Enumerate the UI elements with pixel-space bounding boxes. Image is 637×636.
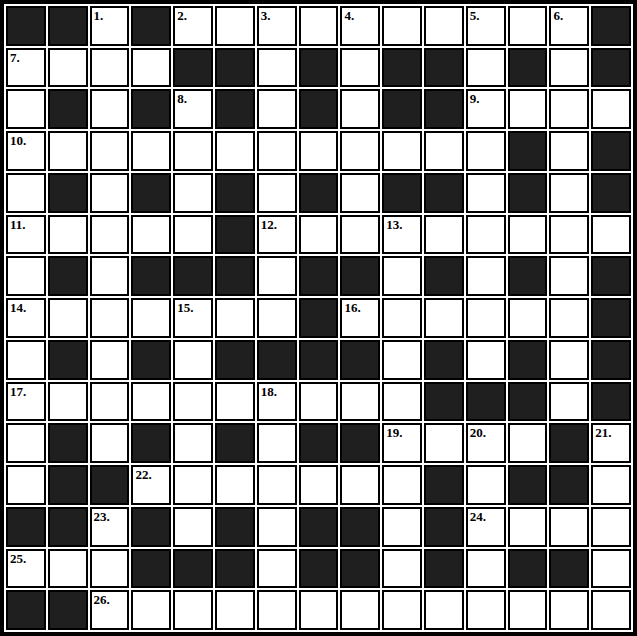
black-cell <box>299 549 339 589</box>
black-cell <box>424 507 464 547</box>
white-cell[interactable] <box>424 131 464 171</box>
white-cell[interactable] <box>215 298 255 338</box>
black-cell <box>48 423 88 463</box>
white-cell[interactable]: 16. <box>340 298 380 338</box>
clue-number: 11. <box>10 218 26 231</box>
white-cell[interactable] <box>90 549 130 589</box>
black-cell <box>299 256 339 296</box>
white-cell[interactable] <box>90 298 130 338</box>
white-cell[interactable] <box>173 382 213 422</box>
black-cell <box>382 173 422 213</box>
black-cell <box>591 256 631 296</box>
white-cell[interactable] <box>508 6 548 46</box>
white-cell[interactable] <box>508 590 548 630</box>
white-cell[interactable]: 25. <box>6 549 46 589</box>
black-cell <box>90 465 130 505</box>
clue-number: 19. <box>386 426 402 439</box>
black-cell <box>591 382 631 422</box>
black-cell <box>549 549 589 589</box>
crossword-board: 1.2.3.4.5.6.7.8.9.10.11.12.13.14.15.16.1… <box>0 0 637 636</box>
white-cell[interactable] <box>173 340 213 380</box>
black-cell <box>591 131 631 171</box>
black-cell <box>508 48 548 88</box>
white-cell[interactable]: 5. <box>466 6 506 46</box>
white-cell[interactable] <box>508 507 548 547</box>
black-cell <box>131 256 171 296</box>
white-cell[interactable] <box>173 215 213 255</box>
white-cell[interactable] <box>6 173 46 213</box>
black-cell <box>299 340 339 380</box>
black-cell <box>131 507 171 547</box>
clue-number: 9. <box>470 92 480 105</box>
white-cell[interactable] <box>90 382 130 422</box>
black-cell <box>382 89 422 129</box>
white-cell[interactable] <box>173 590 213 630</box>
clue-number: 17. <box>10 385 26 398</box>
white-cell[interactable] <box>48 48 88 88</box>
white-cell[interactable] <box>131 298 171 338</box>
white-cell[interactable] <box>173 507 213 547</box>
black-cell <box>424 48 464 88</box>
white-cell[interactable] <box>466 131 506 171</box>
white-cell[interactable] <box>48 549 88 589</box>
black-cell <box>48 507 88 547</box>
clue-number: 7. <box>10 51 20 64</box>
white-cell[interactable] <box>508 298 548 338</box>
black-cell <box>131 423 171 463</box>
white-cell[interactable] <box>299 215 339 255</box>
white-cell[interactable]: 24. <box>466 507 506 547</box>
black-cell <box>549 465 589 505</box>
clue-number: 22. <box>135 468 151 481</box>
white-cell[interactable]: 3. <box>257 6 297 46</box>
white-cell[interactable] <box>90 423 130 463</box>
black-cell <box>508 131 548 171</box>
white-cell[interactable] <box>382 131 422 171</box>
black-cell <box>48 340 88 380</box>
white-cell[interactable] <box>466 173 506 213</box>
white-cell[interactable]: 17. <box>6 382 46 422</box>
black-cell <box>591 173 631 213</box>
white-cell[interactable]: 11. <box>6 215 46 255</box>
white-cell[interactable]: 22. <box>131 465 171 505</box>
black-cell <box>131 173 171 213</box>
white-cell[interactable] <box>340 465 380 505</box>
black-cell <box>340 340 380 380</box>
black-cell <box>508 382 548 422</box>
white-cell[interactable] <box>382 382 422 422</box>
black-cell <box>173 256 213 296</box>
white-cell[interactable] <box>257 89 297 129</box>
black-cell <box>6 507 46 547</box>
white-cell[interactable] <box>466 340 506 380</box>
clue-number: 15. <box>177 301 193 314</box>
white-cell[interactable] <box>6 465 46 505</box>
white-cell[interactable] <box>549 256 589 296</box>
white-cell[interactable] <box>257 173 297 213</box>
white-cell[interactable] <box>382 590 422 630</box>
black-cell <box>6 590 46 630</box>
white-cell[interactable] <box>215 465 255 505</box>
white-cell[interactable]: 21. <box>591 423 631 463</box>
white-cell[interactable] <box>340 382 380 422</box>
white-cell[interactable] <box>257 131 297 171</box>
white-cell[interactable] <box>382 340 422 380</box>
white-cell[interactable] <box>591 89 631 129</box>
white-cell[interactable] <box>215 590 255 630</box>
white-cell[interactable] <box>299 382 339 422</box>
white-cell[interactable] <box>90 89 130 129</box>
black-cell <box>131 6 171 46</box>
black-cell <box>48 465 88 505</box>
clue-number: 5. <box>470 9 480 22</box>
black-cell <box>257 340 297 380</box>
white-cell[interactable] <box>466 215 506 255</box>
black-cell <box>48 590 88 630</box>
white-cell[interactable] <box>299 590 339 630</box>
clue-number: 13. <box>386 218 402 231</box>
black-cell <box>299 48 339 88</box>
clue-number: 14. <box>10 301 26 314</box>
black-cell <box>215 173 255 213</box>
black-cell <box>131 89 171 129</box>
white-cell[interactable] <box>299 6 339 46</box>
white-cell[interactable] <box>90 215 130 255</box>
black-cell <box>48 6 88 46</box>
white-cell[interactable] <box>466 549 506 589</box>
clue-number: 16. <box>344 301 360 314</box>
black-cell <box>424 465 464 505</box>
white-cell[interactable] <box>131 48 171 88</box>
white-cell[interactable] <box>382 465 422 505</box>
white-cell[interactable] <box>382 507 422 547</box>
white-cell[interactable]: 19. <box>382 423 422 463</box>
black-cell <box>340 549 380 589</box>
white-cell[interactable]: 23. <box>90 507 130 547</box>
black-cell <box>131 340 171 380</box>
white-cell[interactable]: 6. <box>549 6 589 46</box>
clue-number: 21. <box>595 426 611 439</box>
black-cell <box>340 256 380 296</box>
white-cell[interactable] <box>466 590 506 630</box>
clue-number: 18. <box>261 385 277 398</box>
black-cell <box>215 507 255 547</box>
black-cell <box>466 382 506 422</box>
white-cell[interactable] <box>382 549 422 589</box>
white-cell[interactable] <box>340 215 380 255</box>
white-cell[interactable] <box>173 465 213 505</box>
black-cell <box>215 256 255 296</box>
black-cell <box>424 549 464 589</box>
white-cell[interactable] <box>466 465 506 505</box>
white-cell[interactable] <box>131 131 171 171</box>
white-cell[interactable] <box>424 590 464 630</box>
white-cell[interactable] <box>591 507 631 547</box>
black-cell <box>173 48 213 88</box>
black-cell <box>508 256 548 296</box>
black-cell <box>340 507 380 547</box>
white-cell[interactable] <box>257 423 297 463</box>
white-cell[interactable] <box>549 48 589 88</box>
clue-number: 12. <box>261 218 277 231</box>
clue-number: 2. <box>177 9 187 22</box>
black-cell <box>424 382 464 422</box>
white-cell[interactable]: 12. <box>257 215 297 255</box>
white-cell[interactable] <box>6 256 46 296</box>
white-cell[interactable] <box>131 382 171 422</box>
white-cell[interactable] <box>257 549 297 589</box>
white-cell[interactable]: 26. <box>90 590 130 630</box>
white-cell[interactable] <box>466 256 506 296</box>
clue-number: 24. <box>470 510 486 523</box>
white-cell[interactable] <box>382 6 422 46</box>
white-cell[interactable]: 18. <box>257 382 297 422</box>
black-cell <box>215 48 255 88</box>
black-cell <box>508 549 548 589</box>
white-cell[interactable] <box>340 173 380 213</box>
black-cell <box>508 173 548 213</box>
white-cell[interactable] <box>549 89 589 129</box>
clue-number: 25. <box>10 552 26 565</box>
black-cell <box>173 549 213 589</box>
white-cell[interactable] <box>90 173 130 213</box>
white-cell[interactable] <box>549 340 589 380</box>
white-cell[interactable] <box>48 131 88 171</box>
black-cell <box>215 215 255 255</box>
white-cell[interactable] <box>340 590 380 630</box>
white-cell[interactable]: 9. <box>466 89 506 129</box>
white-cell[interactable] <box>90 48 130 88</box>
white-cell[interactable] <box>48 298 88 338</box>
white-cell[interactable] <box>173 423 213 463</box>
white-cell[interactable] <box>591 590 631 630</box>
white-cell[interactable] <box>549 215 589 255</box>
black-cell <box>591 48 631 88</box>
white-cell[interactable]: 1. <box>90 6 130 46</box>
white-cell[interactable] <box>48 382 88 422</box>
white-cell[interactable] <box>508 423 548 463</box>
white-cell[interactable] <box>257 298 297 338</box>
black-cell <box>424 89 464 129</box>
black-cell <box>48 173 88 213</box>
black-cell <box>299 89 339 129</box>
white-cell[interactable] <box>424 423 464 463</box>
white-cell[interactable] <box>299 465 339 505</box>
white-cell[interactable] <box>508 215 548 255</box>
white-cell[interactable] <box>215 382 255 422</box>
white-cell[interactable] <box>424 298 464 338</box>
black-cell <box>424 173 464 213</box>
white-cell[interactable] <box>549 590 589 630</box>
white-cell[interactable] <box>466 48 506 88</box>
white-cell[interactable] <box>173 131 213 171</box>
white-cell[interactable] <box>90 340 130 380</box>
white-cell[interactable] <box>424 6 464 46</box>
clue-number: 4. <box>344 9 354 22</box>
white-cell[interactable] <box>508 89 548 129</box>
black-cell <box>215 89 255 129</box>
white-cell[interactable]: 15. <box>173 298 213 338</box>
clue-number: 3. <box>261 9 271 22</box>
white-cell[interactable] <box>299 131 339 171</box>
white-cell[interactable] <box>382 298 422 338</box>
white-cell[interactable] <box>48 215 88 255</box>
white-cell[interactable]: 14. <box>6 298 46 338</box>
white-cell[interactable] <box>591 465 631 505</box>
white-cell[interactable]: 20. <box>466 423 506 463</box>
white-cell[interactable] <box>6 340 46 380</box>
white-cell[interactable] <box>173 173 213 213</box>
black-cell <box>382 48 422 88</box>
white-cell[interactable] <box>549 507 589 547</box>
clue-number: 6. <box>553 9 563 22</box>
black-cell <box>591 340 631 380</box>
white-cell[interactable] <box>340 131 380 171</box>
white-cell[interactable]: 4. <box>340 6 380 46</box>
white-cell[interactable] <box>549 382 589 422</box>
white-cell[interactable] <box>549 173 589 213</box>
clue-number: 10. <box>10 134 26 147</box>
white-cell[interactable]: 2. <box>173 6 213 46</box>
white-cell[interactable] <box>215 6 255 46</box>
white-cell[interactable] <box>549 298 589 338</box>
white-cell[interactable] <box>257 507 297 547</box>
white-cell[interactable] <box>6 423 46 463</box>
white-cell[interactable] <box>257 590 297 630</box>
black-cell <box>215 549 255 589</box>
white-cell[interactable] <box>215 131 255 171</box>
white-cell[interactable] <box>424 215 464 255</box>
clue-number: 1. <box>94 9 104 22</box>
white-cell[interactable] <box>131 215 171 255</box>
white-cell[interactable] <box>90 256 130 296</box>
white-cell[interactable] <box>6 89 46 129</box>
black-cell <box>131 549 171 589</box>
white-cell[interactable]: 8. <box>173 89 213 129</box>
white-cell[interactable] <box>591 215 631 255</box>
black-cell <box>508 465 548 505</box>
white-cell[interactable] <box>257 256 297 296</box>
clue-number: 8. <box>177 92 187 105</box>
white-cell[interactable] <box>257 465 297 505</box>
white-cell[interactable] <box>466 298 506 338</box>
black-cell <box>549 423 589 463</box>
white-cell[interactable] <box>382 256 422 296</box>
black-cell <box>299 423 339 463</box>
black-cell <box>340 423 380 463</box>
clue-number: 23. <box>94 510 110 523</box>
white-cell[interactable] <box>549 131 589 171</box>
white-cell[interactable] <box>340 48 380 88</box>
black-cell <box>6 6 46 46</box>
black-cell <box>508 340 548 380</box>
white-cell[interactable]: 7. <box>6 48 46 88</box>
black-cell <box>299 173 339 213</box>
clue-number: 20. <box>470 426 486 439</box>
black-cell <box>215 340 255 380</box>
black-cell <box>591 6 631 46</box>
clue-number: 26. <box>94 593 110 606</box>
black-cell <box>215 423 255 463</box>
white-cell[interactable]: 10. <box>6 131 46 171</box>
white-cell[interactable] <box>257 48 297 88</box>
black-cell <box>424 340 464 380</box>
white-cell[interactable] <box>131 590 171 630</box>
white-cell[interactable]: 13. <box>382 215 422 255</box>
white-cell[interactable] <box>340 89 380 129</box>
black-cell <box>424 256 464 296</box>
black-cell <box>48 89 88 129</box>
black-cell <box>591 298 631 338</box>
white-cell[interactable] <box>591 549 631 589</box>
black-cell <box>299 507 339 547</box>
black-cell <box>48 256 88 296</box>
black-cell <box>299 298 339 338</box>
white-cell[interactable] <box>90 131 130 171</box>
